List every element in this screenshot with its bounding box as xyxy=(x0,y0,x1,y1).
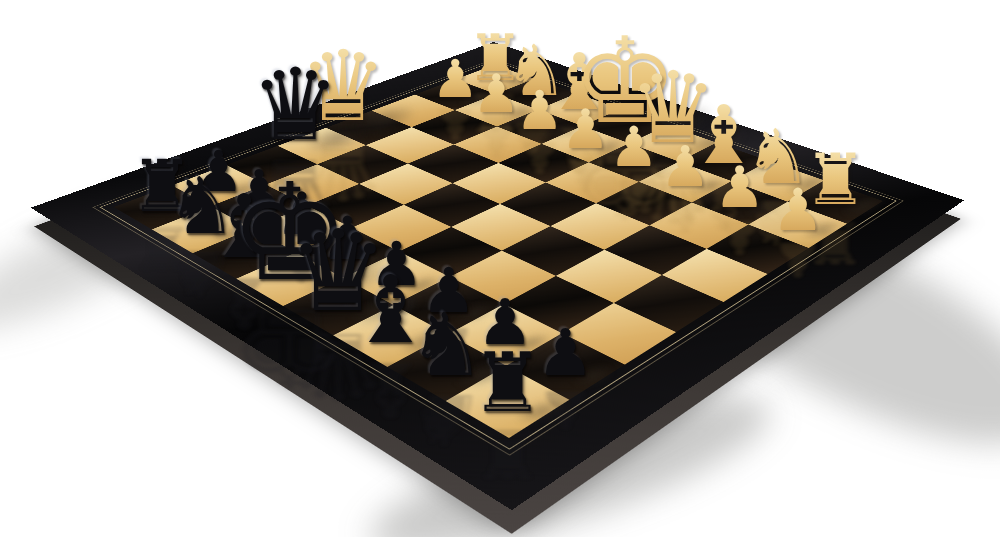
board-top-surface xyxy=(31,42,964,510)
chess-set-product-photo: ♜♞♝♛♚♝♞♜♟♟♟♟♟♟♟♟♟♟♟♟♟♟♟♟♜♞♝♛♚♝♞♜♛♛ ♜♞♝♛♚… xyxy=(0,0,1000,537)
board-grid xyxy=(114,65,883,438)
